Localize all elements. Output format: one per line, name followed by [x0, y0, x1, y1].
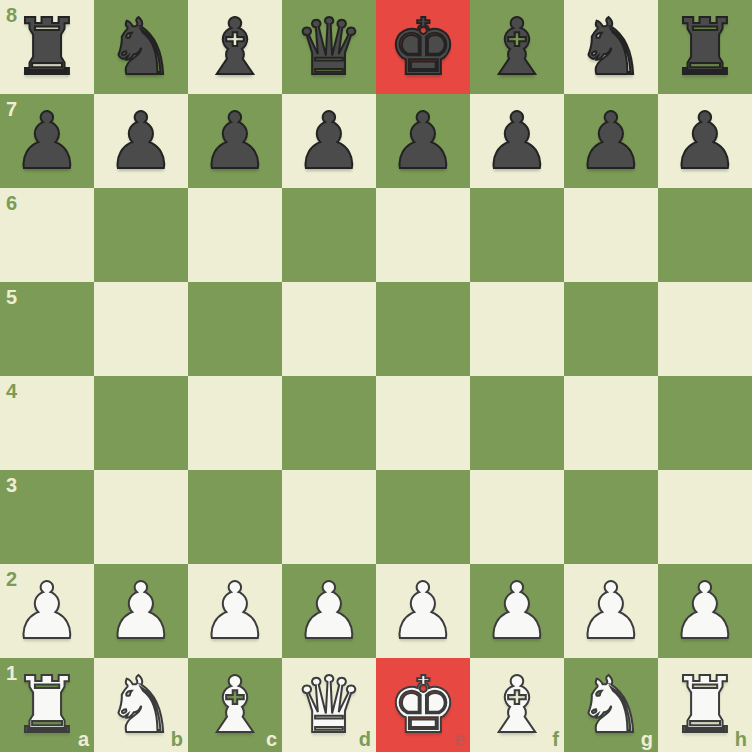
square-f5[interactable] [470, 282, 564, 376]
rank-label-3: 3 [6, 475, 17, 495]
square-e1[interactable]: e♚ [376, 658, 470, 752]
piece-black-bishop-c8[interactable]: ♝ [188, 0, 282, 94]
square-g1[interactable]: g♞ [564, 658, 658, 752]
square-b8[interactable]: ♞ [94, 0, 188, 94]
square-a3[interactable]: 3 [0, 470, 94, 564]
square-b7[interactable]: ♟ [94, 94, 188, 188]
square-h1[interactable]: h♜ [658, 658, 752, 752]
piece-white-knight-g1[interactable]: ♞ [564, 658, 658, 752]
square-b6[interactable] [94, 188, 188, 282]
square-h7[interactable]: ♟ [658, 94, 752, 188]
square-h3[interactable] [658, 470, 752, 564]
square-a8[interactable]: 8♜ [0, 0, 94, 94]
square-d2[interactable]: ♟ [282, 564, 376, 658]
square-b5[interactable] [94, 282, 188, 376]
square-d3[interactable] [282, 470, 376, 564]
square-d8[interactable]: ♛ [282, 0, 376, 94]
square-b1[interactable]: b♞ [94, 658, 188, 752]
square-f3[interactable] [470, 470, 564, 564]
square-h4[interactable] [658, 376, 752, 470]
square-b2[interactable]: ♟ [94, 564, 188, 658]
square-d5[interactable] [282, 282, 376, 376]
rank-label-5: 5 [6, 287, 17, 307]
piece-white-pawn-h2[interactable]: ♟ [658, 564, 752, 658]
square-e2[interactable]: ♟ [376, 564, 470, 658]
piece-white-bishop-f1[interactable]: ♝ [470, 658, 564, 752]
square-d7[interactable]: ♟ [282, 94, 376, 188]
square-c8[interactable]: ♝ [188, 0, 282, 94]
square-c2[interactable]: ♟ [188, 564, 282, 658]
piece-black-pawn-c7[interactable]: ♟ [188, 94, 282, 188]
piece-white-king-e1[interactable]: ♚ [376, 658, 470, 752]
square-e3[interactable] [376, 470, 470, 564]
square-f7[interactable]: ♟ [470, 94, 564, 188]
square-d1[interactable]: d♛ [282, 658, 376, 752]
piece-black-rook-a8[interactable]: ♜ [0, 0, 94, 94]
square-c5[interactable] [188, 282, 282, 376]
square-g8[interactable]: ♞ [564, 0, 658, 94]
square-c4[interactable] [188, 376, 282, 470]
piece-white-rook-a1[interactable]: ♜ [0, 658, 94, 752]
square-f4[interactable] [470, 376, 564, 470]
square-g7[interactable]: ♟ [564, 94, 658, 188]
square-e6[interactable] [376, 188, 470, 282]
square-g5[interactable] [564, 282, 658, 376]
square-c3[interactable] [188, 470, 282, 564]
square-f2[interactable]: ♟ [470, 564, 564, 658]
square-a2[interactable]: 2♟ [0, 564, 94, 658]
square-b3[interactable] [94, 470, 188, 564]
square-g6[interactable] [564, 188, 658, 282]
piece-white-queen-d1[interactable]: ♛ [282, 658, 376, 752]
square-e5[interactable] [376, 282, 470, 376]
piece-black-pawn-d7[interactable]: ♟ [282, 94, 376, 188]
piece-white-pawn-c2[interactable]: ♟ [188, 564, 282, 658]
piece-black-bishop-f8[interactable]: ♝ [470, 0, 564, 94]
square-g3[interactable] [564, 470, 658, 564]
rank-label-4: 4 [6, 381, 17, 401]
piece-black-pawn-a7[interactable]: ♟ [0, 94, 94, 188]
square-b4[interactable] [94, 376, 188, 470]
square-g2[interactable]: ♟ [564, 564, 658, 658]
square-a4[interactable]: 4 [0, 376, 94, 470]
piece-white-bishop-c1[interactable]: ♝ [188, 658, 282, 752]
square-e4[interactable] [376, 376, 470, 470]
piece-white-pawn-d2[interactable]: ♟ [282, 564, 376, 658]
square-c7[interactable]: ♟ [188, 94, 282, 188]
piece-black-pawn-f7[interactable]: ♟ [470, 94, 564, 188]
square-a1[interactable]: 1a♜ [0, 658, 94, 752]
square-d4[interactable] [282, 376, 376, 470]
piece-black-pawn-g7[interactable]: ♟ [564, 94, 658, 188]
piece-black-knight-g8[interactable]: ♞ [564, 0, 658, 94]
piece-black-pawn-b7[interactable]: ♟ [94, 94, 188, 188]
square-f6[interactable] [470, 188, 564, 282]
square-a7[interactable]: 7♟ [0, 94, 94, 188]
piece-white-pawn-f2[interactable]: ♟ [470, 564, 564, 658]
chess-board: 8♜♞♝♛♚♝♞♜7♟♟♟♟♟♟♟♟65432♟♟♟♟♟♟♟♟1a♜b♞c♝d♛… [0, 0, 752, 752]
square-c1[interactable]: c♝ [188, 658, 282, 752]
square-c6[interactable] [188, 188, 282, 282]
piece-white-pawn-g2[interactable]: ♟ [564, 564, 658, 658]
piece-white-pawn-a2[interactable]: ♟ [0, 564, 94, 658]
square-h6[interactable] [658, 188, 752, 282]
square-g4[interactable] [564, 376, 658, 470]
piece-white-pawn-e2[interactable]: ♟ [376, 564, 470, 658]
square-f1[interactable]: f♝ [470, 658, 564, 752]
square-d6[interactable] [282, 188, 376, 282]
square-e8[interactable]: ♚ [376, 0, 470, 94]
rank-label-6: 6 [6, 193, 17, 213]
piece-white-rook-h1[interactable]: ♜ [658, 658, 752, 752]
piece-black-rook-h8[interactable]: ♜ [658, 0, 752, 94]
square-a5[interactable]: 5 [0, 282, 94, 376]
piece-black-pawn-h7[interactable]: ♟ [658, 94, 752, 188]
piece-black-king-e8[interactable]: ♚ [376, 0, 470, 94]
square-a6[interactable]: 6 [0, 188, 94, 282]
piece-black-pawn-e7[interactable]: ♟ [376, 94, 470, 188]
square-e7[interactable]: ♟ [376, 94, 470, 188]
square-h2[interactable]: ♟ [658, 564, 752, 658]
piece-black-knight-b8[interactable]: ♞ [94, 0, 188, 94]
square-f8[interactable]: ♝ [470, 0, 564, 94]
piece-white-pawn-b2[interactable]: ♟ [94, 564, 188, 658]
piece-black-queen-d8[interactable]: ♛ [282, 0, 376, 94]
piece-white-knight-b1[interactable]: ♞ [94, 658, 188, 752]
square-h8[interactable]: ♜ [658, 0, 752, 94]
square-h5[interactable] [658, 282, 752, 376]
